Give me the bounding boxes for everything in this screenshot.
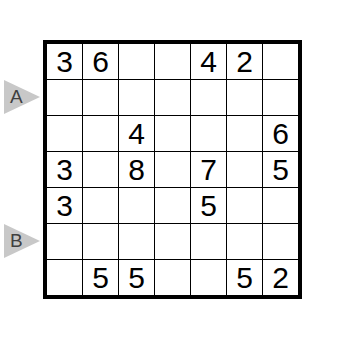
grid-cell-r2c1[interactable] [47, 80, 82, 115]
grid-cell-r2c6[interactable] [227, 80, 262, 115]
row-marker-a: A [4, 80, 42, 114]
grid-cell-r3c3: 4 [119, 116, 154, 151]
grid-cell-r1c6: 2 [227, 44, 262, 79]
grid-cell-r4c2[interactable] [83, 152, 118, 187]
grid-cell-r2c2[interactable] [83, 80, 118, 115]
grid-cell-r1c2: 6 [83, 44, 118, 79]
grid-cell-r7c6: 5 [227, 260, 262, 295]
grid-cell-r7c5[interactable] [191, 260, 226, 295]
puzzle-board: 3642463875355552 [43, 40, 302, 299]
grid-cell-r5c7[interactable] [263, 188, 298, 223]
grid-cell-r6c2[interactable] [83, 224, 118, 259]
grid-cell-r1c7[interactable] [263, 44, 298, 79]
grid-cell-r4c4[interactable] [155, 152, 190, 187]
grid-cell-r7c7: 2 [263, 260, 298, 295]
grid-cell-r1c5: 4 [191, 44, 226, 79]
grid-cell-r5c5: 5 [191, 188, 226, 223]
grid-cell-r2c4[interactable] [155, 80, 190, 115]
grid-cell-r2c7[interactable] [263, 80, 298, 115]
grid-cell-r5c6[interactable] [227, 188, 262, 223]
grid-cell-r3c7: 6 [263, 116, 298, 151]
grid-cell-r5c3[interactable] [119, 188, 154, 223]
grid-cell-r6c6[interactable] [227, 224, 262, 259]
puzzle-canvas: A B 3642463875355552 [0, 0, 350, 338]
grid-cell-r6c5[interactable] [191, 224, 226, 259]
grid-cell-r3c6[interactable] [227, 116, 262, 151]
grid-cell-r4c6[interactable] [227, 152, 262, 187]
grid-cell-r4c5: 7 [191, 152, 226, 187]
grid-cell-r3c1[interactable] [47, 116, 82, 151]
grid-cell-r7c4[interactable] [155, 260, 190, 295]
grid-cell-r6c3[interactable] [119, 224, 154, 259]
grid-cell-r7c1[interactable] [47, 260, 82, 295]
row-marker-a-label: A [10, 80, 23, 114]
grid-cell-r5c1: 3 [47, 188, 82, 223]
row-marker-b: B [4, 224, 42, 258]
grid-cell-r7c2: 5 [83, 260, 118, 295]
grid-cell-r4c3: 8 [119, 152, 154, 187]
grid-cell-r3c4[interactable] [155, 116, 190, 151]
grid-cell-r2c5[interactable] [191, 80, 226, 115]
grid-cell-r6c1[interactable] [47, 224, 82, 259]
grid-cell-r4c1: 3 [47, 152, 82, 187]
grid-cell-r2c3[interactable] [119, 80, 154, 115]
grid-cell-r4c7: 5 [263, 152, 298, 187]
grid-cell-r3c2[interactable] [83, 116, 118, 151]
grid-cell-r1c3[interactable] [119, 44, 154, 79]
grid-cell-r1c1: 3 [47, 44, 82, 79]
grid-cell-r3c5[interactable] [191, 116, 226, 151]
grid-cell-r5c2[interactable] [83, 188, 118, 223]
grid-cell-r6c7[interactable] [263, 224, 298, 259]
grid-cell-r1c4[interactable] [155, 44, 190, 79]
grid-cell-r7c3: 5 [119, 260, 154, 295]
grid-cell-r5c4[interactable] [155, 188, 190, 223]
grid-cell-r6c4[interactable] [155, 224, 190, 259]
row-marker-b-label: B [10, 224, 23, 258]
